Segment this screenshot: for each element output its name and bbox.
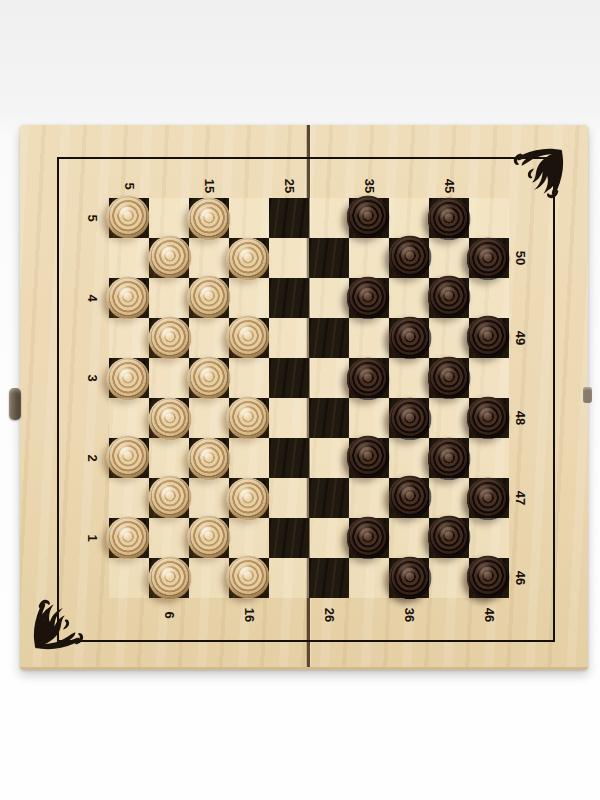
dark-square[interactable] [189, 278, 229, 318]
coord-label-top: 5 [122, 182, 137, 189]
light-square [309, 198, 349, 238]
light-square [429, 478, 469, 518]
light-square [469, 438, 509, 478]
white-checker-piece[interactable] [188, 357, 231, 400]
side-latch-hinge [583, 387, 592, 403]
coord-label-left: 3 [85, 374, 100, 381]
dark-square[interactable] [189, 438, 229, 478]
light-square [429, 558, 469, 598]
light-square [349, 398, 389, 438]
white-checker-piece[interactable] [149, 398, 192, 441]
light-square [349, 558, 389, 598]
light-square [389, 278, 429, 318]
coord-label-right: 50 [513, 251, 528, 265]
white-checker-piece[interactable] [188, 516, 231, 559]
dark-square[interactable] [229, 318, 269, 358]
dark-square[interactable] [349, 358, 389, 398]
white-checker-piece[interactable] [149, 317, 192, 360]
white-checker-piece[interactable] [188, 198, 231, 241]
dark-square[interactable] [109, 358, 149, 398]
light-square [389, 518, 429, 558]
coord-label-top: 45 [442, 179, 457, 193]
dark-square[interactable] [109, 278, 149, 318]
dark-checker-piece[interactable] [428, 516, 471, 559]
dark-checker-piece[interactable] [467, 556, 510, 599]
light-square [309, 278, 349, 318]
white-checker-piece[interactable] [188, 438, 231, 481]
dark-checker-piece[interactable] [389, 557, 432, 600]
dark-checker-piece[interactable] [347, 436, 390, 479]
dark-square[interactable] [389, 558, 429, 598]
light-square [469, 278, 509, 318]
light-square [389, 438, 429, 478]
white-checker-piece[interactable] [227, 478, 270, 521]
dark-square[interactable] [349, 278, 389, 318]
dark-square[interactable] [429, 438, 469, 478]
coord-label-right: 46 [513, 571, 528, 585]
side-latch-hinge [9, 388, 21, 420]
light-square [189, 318, 229, 358]
white-checker-piece[interactable] [107, 196, 150, 239]
coord-label-right: 49 [513, 331, 528, 345]
dark-square[interactable] [389, 238, 429, 278]
dark-square[interactable] [109, 518, 149, 558]
light-square [469, 198, 509, 238]
coord-label-bottom: 16 [242, 608, 257, 622]
dark-checker-piece[interactable] [389, 317, 432, 360]
coord-label-top: 35 [362, 179, 377, 193]
light-square [349, 238, 389, 278]
dark-square[interactable] [309, 318, 349, 358]
dark-square[interactable] [309, 398, 349, 438]
white-checker-piece[interactable] [227, 316, 270, 359]
white-checker-piece[interactable] [107, 358, 150, 401]
dark-checker-piece[interactable] [347, 277, 390, 320]
dark-square[interactable] [189, 358, 229, 398]
light-square [309, 358, 349, 398]
light-square [469, 358, 509, 398]
dark-square[interactable] [229, 478, 269, 518]
dark-checker-piece[interactable] [347, 358, 390, 401]
white-checker-piece[interactable] [107, 436, 150, 479]
dark-square[interactable] [469, 318, 509, 358]
light-square [229, 358, 269, 398]
dark-square[interactable] [229, 238, 269, 278]
dark-square[interactable] [149, 478, 189, 518]
coord-label-left: 5 [85, 214, 100, 221]
light-square [189, 558, 229, 598]
dark-checker-piece[interactable] [428, 198, 471, 241]
white-checker-piece[interactable] [107, 277, 150, 320]
dark-square[interactable] [469, 478, 509, 518]
light-square [269, 558, 309, 598]
dark-square[interactable] [269, 518, 309, 558]
white-checker-piece[interactable] [227, 556, 270, 599]
light-square [149, 198, 189, 238]
dark-square[interactable] [109, 198, 149, 238]
coord-label-bottom: 46 [482, 608, 497, 622]
dark-checker-piece[interactable] [467, 478, 510, 521]
light-square [429, 238, 469, 278]
playing-grid [109, 198, 509, 598]
draughts-board: 515253545616263646543215049484746 [20, 125, 588, 670]
light-square [189, 238, 229, 278]
dark-square[interactable] [269, 278, 309, 318]
light-square [469, 518, 509, 558]
light-square [269, 478, 309, 518]
dark-square[interactable] [469, 398, 509, 438]
photo-of-wooden-draughts-board: 515253545616263646543215049484746 [0, 0, 600, 800]
light-square [349, 318, 389, 358]
dark-square[interactable] [389, 478, 429, 518]
dark-square[interactable] [229, 398, 269, 438]
coord-label-top: 15 [202, 179, 217, 193]
coord-label-right: 47 [513, 491, 528, 505]
coord-label-left: 4 [85, 294, 100, 301]
dark-square[interactable] [189, 518, 229, 558]
light-square [389, 358, 429, 398]
light-square [389, 198, 429, 238]
light-square [149, 358, 189, 398]
corner-flourish-icon [33, 592, 91, 650]
dark-square[interactable] [429, 198, 469, 238]
coord-label-bottom: 6 [162, 611, 177, 618]
dark-square[interactable] [149, 558, 189, 598]
dark-square[interactable] [429, 278, 469, 318]
light-square [269, 238, 309, 278]
coord-label-right: 48 [513, 411, 528, 425]
white-checker-piece[interactable] [188, 276, 231, 319]
light-square [109, 558, 149, 598]
coord-label-left: 1 [85, 534, 100, 541]
dark-square[interactable] [109, 438, 149, 478]
dark-square[interactable] [469, 558, 509, 598]
dark-checker-piece[interactable] [389, 236, 432, 279]
dark-square[interactable] [309, 238, 349, 278]
dark-square[interactable] [469, 238, 509, 278]
dark-square[interactable] [429, 358, 469, 398]
light-square [269, 318, 309, 358]
dark-square[interactable] [389, 318, 429, 358]
light-square [429, 398, 469, 438]
white-checker-piece[interactable] [227, 397, 270, 440]
white-checker-piece[interactable] [149, 557, 192, 600]
light-square [109, 398, 149, 438]
dark-square[interactable] [309, 478, 349, 518]
corner-flourish-icon [506, 148, 564, 206]
dark-checker-piece[interactable] [467, 397, 510, 440]
light-square [229, 518, 269, 558]
light-square [189, 398, 229, 438]
light-square [109, 238, 149, 278]
coord-label-bottom: 36 [402, 608, 417, 622]
white-checker-piece[interactable] [149, 476, 192, 519]
dark-square[interactable] [269, 438, 309, 478]
white-checker-piece[interactable] [107, 517, 150, 560]
coord-label-bottom: 26 [322, 608, 337, 622]
light-square [229, 438, 269, 478]
coord-label-left: 2 [85, 454, 100, 461]
dark-checker-piece[interactable] [428, 357, 471, 400]
light-square [109, 318, 149, 358]
dark-checker-piece[interactable] [428, 276, 471, 319]
light-square [229, 278, 269, 318]
dark-square[interactable] [269, 198, 309, 238]
dark-checker-piece[interactable] [467, 238, 510, 281]
dark-square[interactable] [149, 398, 189, 438]
dark-square[interactable] [149, 238, 189, 278]
dark-checker-piece[interactable] [428, 438, 471, 481]
light-square [149, 518, 189, 558]
dark-square[interactable] [189, 198, 229, 238]
light-square [189, 478, 229, 518]
dark-checker-piece[interactable] [467, 316, 510, 359]
light-square [149, 438, 189, 478]
dark-square[interactable] [349, 198, 389, 238]
dark-checker-piece[interactable] [347, 517, 390, 560]
light-square [309, 518, 349, 558]
light-square [349, 478, 389, 518]
light-square [109, 478, 149, 518]
light-square [229, 198, 269, 238]
white-checker-piece[interactable] [227, 238, 270, 281]
dark-checker-piece[interactable] [389, 476, 432, 519]
dark-square[interactable] [349, 438, 389, 478]
light-square [149, 278, 189, 318]
dark-square[interactable] [309, 558, 349, 598]
dark-square[interactable] [149, 318, 189, 358]
dark-square[interactable] [229, 558, 269, 598]
dark-square[interactable] [389, 398, 429, 438]
white-checker-piece[interactable] [149, 236, 192, 279]
dark-square[interactable] [349, 518, 389, 558]
light-square [429, 318, 469, 358]
coord-label-top: 25 [282, 179, 297, 193]
dark-square[interactable] [429, 518, 469, 558]
light-square [269, 398, 309, 438]
dark-checker-piece[interactable] [389, 398, 432, 441]
dark-checker-piece[interactable] [347, 196, 390, 239]
dark-square[interactable] [269, 358, 309, 398]
light-square [309, 438, 349, 478]
